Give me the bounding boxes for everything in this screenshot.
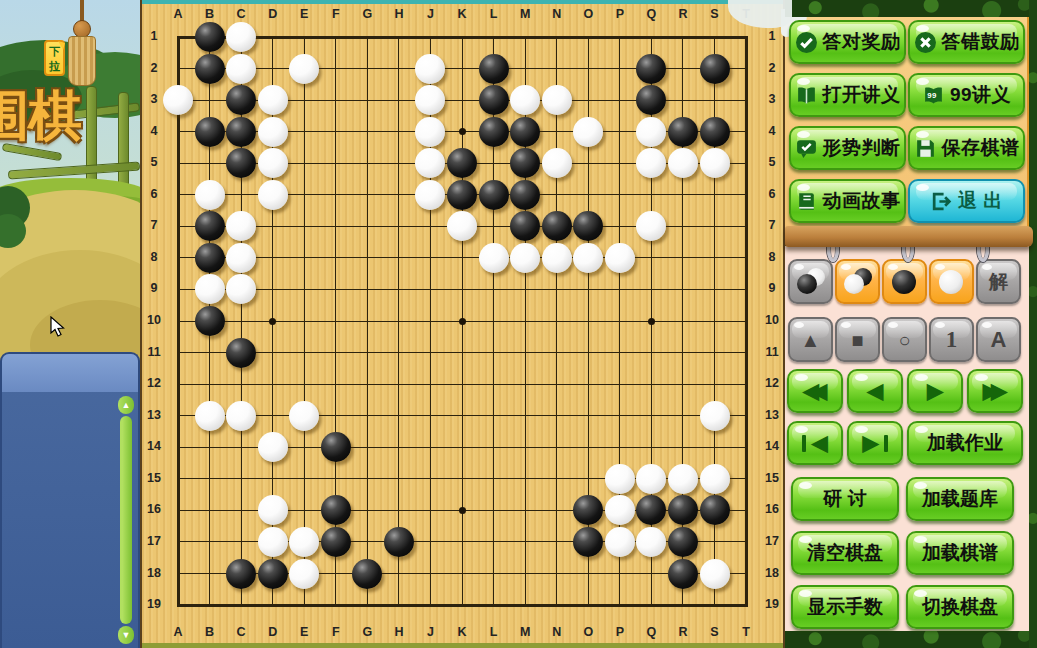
board-col-label: Q [640,7,662,21]
white-stone [289,401,319,431]
white-stone [573,243,603,273]
foliage-top [785,0,1037,17]
grid-line-v [745,36,748,607]
load-record-button[interactable]: 加载棋谱 [906,531,1014,575]
board-col-label: C [230,625,252,639]
black-stone [226,338,256,368]
white-stone [636,117,666,147]
book-99-icon: 99 [922,84,945,107]
board-col-label: T [735,625,757,639]
black-stone [195,117,225,147]
white-stone-icon [939,270,963,294]
save-icon [914,137,937,160]
white-stone [258,148,288,178]
board-col-label: G [356,625,378,639]
board-col-label: R [672,625,694,639]
board-col-label: A [167,7,189,21]
black-stone [479,85,509,115]
board-col-label: E [293,7,315,21]
black-stone [479,117,509,147]
black-stone [447,180,477,210]
board-col-label: N [546,7,568,21]
scroll-up-icon[interactable]: ▲ [118,396,134,414]
black-stone [510,211,540,241]
black-stone-icon [797,274,817,294]
black-stone [510,148,540,178]
grid-line-h [177,384,748,385]
white-stone [258,527,288,557]
app-window: 围棋 下拉 ▲ ▼ AABBCCDDEEFFGGHHJJKKLLMMNNOOPP… [0,0,1037,648]
white-stone [542,148,572,178]
show-move-numbers-button[interactable]: 显示手数 [791,585,899,629]
judge-icon [795,137,818,160]
board-col-label: P [609,625,631,639]
board-col-label: N [546,625,568,639]
board-row-label: 1 [143,29,165,43]
black-stone [700,495,730,525]
tool-white-black-pair[interactable] [835,259,880,304]
black-stone [700,117,730,147]
grid-line-h [177,604,748,607]
load-homework-button[interactable]: 加载作业 [907,421,1023,465]
black-stone [447,148,477,178]
tassel [68,36,96,86]
board-row-label: 18 [143,566,165,580]
black-stone [479,54,509,84]
clear-board-button[interactable]: 清空棋盘 [791,531,899,575]
story-book-icon [795,190,818,213]
play-button[interactable]: ▶ [907,369,963,413]
board-row-label: 9 [143,281,165,295]
white-stone [195,180,225,210]
control-panel: 答对奖励 答错鼓励 打开讲义 99 99讲义 形势判断 [785,0,1037,648]
board-col-label: Q [640,625,662,639]
board-row-label: 13 [761,408,783,422]
board-col-label: D [262,625,284,639]
marker-number[interactable]: 1 [929,317,974,362]
board-col-label: R [672,7,694,21]
board-row-label: 3 [761,92,783,106]
white-stone [542,85,572,115]
board-col-label: M [514,7,536,21]
exit-icon [930,190,953,213]
step-back-button[interactable]: ◀ [847,369,903,413]
board-row-label: 8 [761,250,783,264]
black-stone [384,527,414,557]
board-col-label: G [356,7,378,21]
board-col-label: O [577,7,599,21]
black-stone [542,211,572,241]
black-stone [195,211,225,241]
board-row-label: 12 [761,376,783,390]
skip-to-end-button[interactable]: ▶ [847,421,903,465]
tool-white-stone[interactable] [929,259,974,304]
white-stone [668,464,698,494]
board-row-label: 3 [143,92,165,106]
tool-black-stone[interactable] [882,259,927,304]
wrong-encourage-button[interactable]: 答错鼓励 [908,20,1025,64]
white-stone [636,527,666,557]
svg-text:99: 99 [927,90,937,99]
board-col-label: E [293,625,315,639]
board-row-label: 10 [143,313,165,327]
black-stone [573,527,603,557]
fast-forward-button[interactable]: ▶▶ [967,369,1023,413]
exit-button[interactable]: 退 出 [908,179,1025,223]
white-stone-icon [844,274,864,294]
black-stone-icon [892,270,916,294]
tool-solve[interactable]: 解 [976,259,1021,304]
white-stone [258,432,288,462]
white-stone [415,117,445,147]
white-stone [668,148,698,178]
white-stone [542,243,572,273]
board-col-label: O [577,625,599,639]
go-board[interactable]: AABBCCDDEEFFGGHHJJKKLLMMNNOOPPQQRRSSTT11… [140,0,785,648]
board-row-label: 7 [143,218,165,232]
board-row-label: 17 [143,534,165,548]
white-stone [258,117,288,147]
star-point [459,507,466,514]
board-row-label: 2 [761,61,783,75]
board-row-label: 12 [143,376,165,390]
white-stone [636,464,666,494]
board-col-label: S [704,7,726,21]
black-stone [510,180,540,210]
sidebar-scene: 围棋 下拉 ▲ ▼ [0,0,140,648]
board-col-label: B [199,625,221,639]
marker-letter[interactable]: A [976,317,1021,362]
animation-story-button[interactable]: 动画故事 [789,179,906,223]
board-row-label: 17 [761,534,783,548]
star-point [648,318,655,325]
board-row-label: 18 [761,566,783,580]
board-col-label: K [451,7,473,21]
white-stone [226,54,256,84]
board-col-label: A [167,625,189,639]
white-stone [195,401,225,431]
white-stone [258,180,288,210]
scrollbar-thumb[interactable] [120,416,132,624]
board-col-label: D [262,7,284,21]
black-stone [510,117,540,147]
star-point [459,128,466,135]
board-col-label: C [230,7,252,21]
board-row-label: 16 [761,502,783,516]
black-stone [668,559,698,589]
board-col-label: J [419,625,441,639]
board-row-label: 15 [143,471,165,485]
board-col-label: J [419,7,441,21]
board-row-label: 6 [143,187,165,201]
black-stone [226,85,256,115]
board-col-label: B [199,7,221,21]
foliage-right [1029,0,1037,648]
black-stone [573,211,603,241]
lecture-99-button[interactable]: 99 99讲义 [908,73,1025,117]
scrollbar[interactable]: ▲ ▼ [118,396,134,644]
board-col-label: H [388,7,410,21]
tool-black-white-pair[interactable] [788,259,833,304]
white-stone [510,85,540,115]
board-row-label: 5 [761,155,783,169]
cloud-decoration [728,0,792,28]
marker-circle[interactable]: ○ [882,317,927,362]
correct-reward-button[interactable]: 答对奖励 [789,20,906,64]
board-row-label: 7 [761,218,783,232]
grid-line-h [177,415,748,416]
board-row-label: 19 [761,597,783,611]
marker-triangle[interactable]: ▲ [788,317,833,362]
white-stone [226,22,256,52]
white-stone [415,54,445,84]
board-row-label: 4 [761,124,783,138]
white-stone [700,148,730,178]
board-row-label: 10 [761,313,783,327]
bar-icon [884,435,888,452]
black-stone [195,22,225,52]
switch-board-button[interactable]: 切换棋盘 [906,585,1014,629]
mouse-cursor [50,316,66,338]
black-stone [321,495,351,525]
bamboo-pole [118,92,129,188]
star-point [459,318,466,325]
white-stone [195,274,225,304]
pull-down-tab[interactable]: 下拉 [44,40,65,76]
white-stone [479,243,509,273]
white-stone [415,85,445,115]
board-row-label: 19 [143,597,165,611]
white-stone [163,85,193,115]
black-stone [195,306,225,336]
grid-line-v [556,36,557,607]
white-stone [289,527,319,557]
board-row-label: 11 [761,345,783,359]
fast-rewind-button[interactable]: ◀◀ [787,369,843,413]
open-lecture-button[interactable]: 打开讲义 [789,73,906,117]
board-col-label: H [388,625,410,639]
check-circle-icon [795,31,818,54]
board-col-label: F [325,7,347,21]
position-judge-button[interactable]: 形势判断 [789,126,906,170]
board-row-label: 9 [761,281,783,295]
black-stone [636,54,666,84]
black-stone [195,54,225,84]
white-stone [258,495,288,525]
board-row-label: 14 [761,439,783,453]
bar-icon [802,435,806,452]
black-stone [573,495,603,525]
white-stone [605,495,635,525]
white-stone [226,211,256,241]
message-panel-header [2,354,138,392]
white-stone [415,148,445,178]
white-stone [573,117,603,147]
white-stone [605,464,635,494]
board-row-label: 13 [143,408,165,422]
board-col-label: S [704,625,726,639]
black-stone [668,117,698,147]
black-stone [258,559,288,589]
board-col-label: L [483,625,505,639]
black-stone [226,559,256,589]
app-logo-title: 围棋 [0,80,80,153]
black-stone [636,495,666,525]
grid-line-h [177,352,748,353]
marker-square[interactable]: ■ [835,317,880,362]
save-record-button[interactable]: 保存棋谱 [908,126,1025,170]
white-stone [226,243,256,273]
white-stone [636,148,666,178]
black-stone [321,432,351,462]
skip-to-start-button[interactable]: ◀ [787,421,843,465]
black-stone [479,180,509,210]
board-row-label: 4 [143,124,165,138]
black-stone [226,148,256,178]
board-row-label: 5 [143,155,165,169]
x-circle-icon [914,31,937,54]
white-stone [605,527,635,557]
load-problem-bank-button[interactable]: 加载题库 [906,477,1014,521]
white-stone [700,464,730,494]
board-row-label: 6 [761,187,783,201]
board-row-label: 8 [143,250,165,264]
black-stone [668,495,698,525]
board-col-label: K [451,625,473,639]
star-point [269,318,276,325]
black-stone [352,559,382,589]
board-row-label: 16 [143,502,165,516]
board-col-label: P [609,7,631,21]
black-stone [226,117,256,147]
black-stone [636,85,666,115]
white-stone [289,54,319,84]
board-col-label: L [483,7,505,21]
black-stone [668,527,698,557]
white-stone [258,85,288,115]
black-stone [321,527,351,557]
board-row-label: 15 [761,471,783,485]
board-row-label: 2 [143,61,165,75]
board-col-label: F [325,625,347,639]
white-stone [605,243,635,273]
black-stone [700,54,730,84]
white-stone [289,559,319,589]
white-stone [700,401,730,431]
black-stone [195,243,225,273]
open-book-icon [795,84,818,107]
white-stone [510,243,540,273]
board-row-label: 14 [143,439,165,453]
white-stone [226,401,256,431]
white-stone [226,274,256,304]
scroll-down-icon[interactable]: ▼ [118,626,134,644]
board-col-label: M [514,625,536,639]
foliage-bottom [785,631,1037,648]
white-stone [447,211,477,241]
wooden-shelf [785,226,1033,247]
research-button[interactable]: 研 讨 [791,477,899,521]
board-row-label: 11 [143,345,165,359]
message-panel: ▲ ▼ [0,352,140,648]
white-stone [636,211,666,241]
white-stone [700,559,730,589]
white-stone [415,180,445,210]
board-row-label: 1 [761,29,783,43]
